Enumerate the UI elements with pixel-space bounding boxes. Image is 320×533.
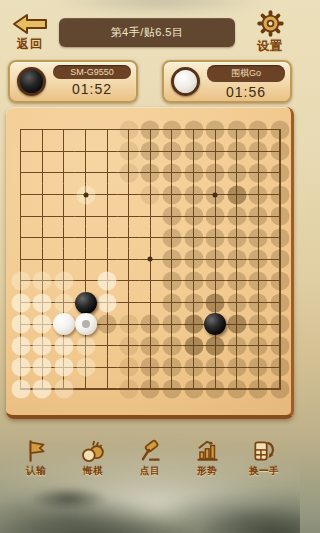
- black-influence-marker: [206, 163, 225, 182]
- black-influence-marker: [270, 293, 289, 312]
- black-stone: [75, 292, 97, 314]
- black-influence-marker: [98, 315, 117, 334]
- black-influence-marker: [270, 142, 289, 161]
- black-influence-marker: [270, 163, 289, 182]
- board-intersection[interactable]: [140, 378, 162, 400]
- board-intersection[interactable]: [248, 162, 270, 184]
- board-intersection[interactable]: [140, 335, 162, 357]
- white-influence-marker: [11, 379, 30, 398]
- black-influence-marker: [119, 358, 138, 377]
- flag-icon: [23, 438, 49, 464]
- board-intersection[interactable]: [53, 357, 75, 379]
- board-intersection[interactable]: [75, 205, 97, 227]
- black-influence-marker: [162, 207, 181, 226]
- board-intersection[interactable]: [269, 292, 291, 314]
- board-intersection[interactable]: [226, 270, 248, 292]
- board-intersection[interactable]: [53, 378, 75, 400]
- board-intersection[interactable]: [204, 119, 226, 141]
- black-influence-marker: [227, 228, 246, 247]
- analysis-button[interactable]: 形势: [184, 438, 230, 478]
- move-info-text: 第4手/贴6.5目: [111, 25, 184, 40]
- board-intersection[interactable]: [183, 270, 205, 292]
- player-card-white: 围棋Go 01:56: [162, 60, 292, 103]
- black-influence-marker: [270, 358, 289, 377]
- board-intersection[interactable]: [118, 378, 140, 400]
- mountain-ridge: [200, 508, 300, 533]
- board-intersection[interactable]: [226, 141, 248, 163]
- board-intersection[interactable]: [118, 249, 140, 271]
- mountain-ridge: [0, 492, 170, 533]
- black-influence-marker: [119, 142, 138, 161]
- white-influence-marker: [33, 358, 52, 377]
- white-influence-marker: [54, 358, 73, 377]
- board-intersection[interactable]: [96, 227, 118, 249]
- player-name-white: 围棋Go: [207, 65, 285, 82]
- board-intersection[interactable]: [269, 313, 291, 335]
- board-intersection[interactable]: [96, 335, 118, 357]
- board-intersection[interactable]: [118, 357, 140, 379]
- black-influence-marker: [141, 336, 160, 355]
- board-intersection[interactable]: [10, 249, 32, 271]
- board-intersection[interactable]: [140, 205, 162, 227]
- board-intersection[interactable]: [269, 357, 291, 379]
- black-influence-marker: [184, 250, 203, 269]
- board-intersection[interactable]: [248, 184, 270, 206]
- board-intersection[interactable]: [269, 249, 291, 271]
- white-influence-marker: [98, 293, 117, 312]
- board-intersection[interactable]: [204, 313, 226, 335]
- board-intersection[interactable]: [32, 292, 54, 314]
- gavel-icon: [137, 438, 163, 464]
- board-intersection[interactable]: [161, 335, 183, 357]
- board-intersection[interactable]: [204, 205, 226, 227]
- black-influence-marker: [141, 358, 160, 377]
- board-intersection[interactable]: [96, 141, 118, 163]
- black-influence-marker: [162, 315, 181, 334]
- board-intersection[interactable]: [10, 141, 32, 163]
- black-influence-marker: [141, 142, 160, 161]
- black-influence-marker: [184, 293, 203, 312]
- black-influence-marker: [270, 185, 289, 204]
- board-intersection[interactable]: [32, 227, 54, 249]
- board-intersection[interactable]: [32, 184, 54, 206]
- board-intersection[interactable]: [75, 227, 97, 249]
- board-intersection[interactable]: [248, 378, 270, 400]
- black-influence-marker: [119, 163, 138, 182]
- board-intersection[interactable]: [183, 249, 205, 271]
- board-intersection[interactable]: [10, 270, 32, 292]
- white-influence-marker: [33, 315, 52, 334]
- board-intersection[interactable]: [53, 184, 75, 206]
- board-intersection[interactable]: [32, 205, 54, 227]
- board-intersection[interactable]: [183, 313, 205, 335]
- move-info-bar: 第4手/贴6.5目: [59, 18, 235, 47]
- board-intersection[interactable]: [32, 357, 54, 379]
- board-intersection[interactable]: [75, 119, 97, 141]
- board-intersection[interactable]: [161, 205, 183, 227]
- black-influence-marker: [206, 336, 225, 355]
- white-influence-marker: [98, 271, 117, 290]
- white-influence-marker: [33, 336, 52, 355]
- gear-icon: [257, 10, 284, 37]
- black-influence-marker: [206, 142, 225, 161]
- board-intersection[interactable]: [75, 162, 97, 184]
- black-influence-marker: [249, 271, 268, 290]
- board-intersection[interactable]: [32, 119, 54, 141]
- black-influence-marker: [162, 250, 181, 269]
- board-intersection[interactable]: [269, 270, 291, 292]
- ink-mist-top: [50, 0, 270, 16]
- black-influence-marker: [206, 379, 225, 398]
- board-intersection[interactable]: [269, 119, 291, 141]
- black-influence-marker: [141, 185, 160, 204]
- board-intersection[interactable]: [96, 357, 118, 379]
- black-influence-marker: [119, 315, 138, 334]
- board-intersection[interactable]: [32, 270, 54, 292]
- board-intersection[interactable]: [32, 378, 54, 400]
- black-influence-marker: [227, 207, 246, 226]
- black-influence-marker: [141, 163, 160, 182]
- black-influence-marker: [184, 358, 203, 377]
- black-influence-marker: [249, 207, 268, 226]
- board-intersection[interactable]: [204, 357, 226, 379]
- board-intersection[interactable]: [10, 357, 32, 379]
- board-intersection[interactable]: [161, 141, 183, 163]
- board-intersection[interactable]: [75, 357, 97, 379]
- board-intersection[interactable]: [32, 249, 54, 271]
- black-influence-marker: [162, 358, 181, 377]
- board-intersection[interactable]: [96, 313, 118, 335]
- board-intersection[interactable]: [96, 292, 118, 314]
- board-intersection[interactable]: [10, 335, 32, 357]
- board-intersection[interactable]: [140, 249, 162, 271]
- board-intersection[interactable]: [226, 205, 248, 227]
- board-intersection[interactable]: [118, 292, 140, 314]
- player-name-black: SM-G9550: [53, 65, 131, 79]
- board-intersection[interactable]: [32, 162, 54, 184]
- black-influence-marker: [270, 120, 289, 139]
- board-intersection[interactable]: [269, 141, 291, 163]
- back-arrow-icon: [12, 13, 48, 35]
- black-influence-marker: [249, 120, 268, 139]
- back-button[interactable]: 返回: [6, 13, 54, 53]
- star-point: [148, 257, 153, 262]
- white-influence-marker: [54, 336, 73, 355]
- board-intersection[interactable]: [269, 205, 291, 227]
- board-intersection[interactable]: [226, 119, 248, 141]
- board-intersection[interactable]: [96, 162, 118, 184]
- board-intersection[interactable]: [118, 141, 140, 163]
- black-influence-marker: [249, 358, 268, 377]
- board-intersection[interactable]: [183, 357, 205, 379]
- black-influence-marker: [184, 228, 203, 247]
- black-influence-marker: [249, 379, 268, 398]
- board-intersection[interactable]: [248, 227, 270, 249]
- board-intersection[interactable]: [10, 162, 32, 184]
- board-intersection[interactable]: [140, 357, 162, 379]
- board-intersection[interactable]: [10, 378, 32, 400]
- board-intersection[interactable]: [226, 227, 248, 249]
- white-influence-marker: [33, 379, 52, 398]
- board-intersection[interactable]: [53, 313, 75, 335]
- board-intersection[interactable]: [226, 292, 248, 314]
- board-intersection[interactable]: [248, 313, 270, 335]
- board-intersection[interactable]: [53, 227, 75, 249]
- board-intersection[interactable]: [75, 249, 97, 271]
- board-intersection[interactable]: [118, 227, 140, 249]
- white-influence-marker: [76, 336, 95, 355]
- black-influence-marker: [184, 185, 203, 204]
- board-intersection[interactable]: [269, 378, 291, 400]
- board-intersection[interactable]: [53, 249, 75, 271]
- board-intersection[interactable]: [53, 335, 75, 357]
- board-intersection[interactable]: [75, 184, 97, 206]
- black-influence-marker: [184, 336, 203, 355]
- board-intersection[interactable]: [75, 378, 97, 400]
- mountain-ridge: [0, 515, 200, 533]
- black-influence-marker: [162, 271, 181, 290]
- board-intersection[interactable]: [226, 313, 248, 335]
- board-intersection[interactable]: [96, 184, 118, 206]
- board-intersection[interactable]: [226, 335, 248, 357]
- black-influence-marker: [162, 228, 181, 247]
- board-intersection[interactable]: [140, 227, 162, 249]
- board-intersection[interactable]: [53, 119, 75, 141]
- white-stone: [75, 313, 97, 335]
- board-intersection[interactable]: [10, 227, 32, 249]
- board-intersection[interactable]: [226, 162, 248, 184]
- black-influence-marker: [270, 207, 289, 226]
- black-influence-marker: [227, 379, 246, 398]
- board-intersection[interactable]: [75, 292, 97, 314]
- white-influence-marker: [54, 293, 73, 312]
- board-intersection[interactable]: [226, 184, 248, 206]
- board-intersection[interactable]: [75, 313, 97, 335]
- board-intersection[interactable]: [183, 335, 205, 357]
- white-influence-marker: [33, 293, 52, 312]
- black-stone-avatar: [17, 67, 46, 96]
- board-intersection[interactable]: [204, 378, 226, 400]
- board-intersection[interactable]: [10, 184, 32, 206]
- count-button[interactable]: 点目: [127, 438, 173, 478]
- board-intersection[interactable]: [226, 249, 248, 271]
- board-intersection[interactable]: [183, 205, 205, 227]
- settings-button[interactable]: 设置: [246, 10, 294, 55]
- board-intersection[interactable]: [183, 292, 205, 314]
- black-influence-marker: [162, 293, 181, 312]
- swap-move-button[interactable]: 换一手: [241, 438, 287, 478]
- board-intersection[interactable]: [183, 119, 205, 141]
- black-influence-marker: [184, 142, 203, 161]
- black-influence-marker: [227, 293, 246, 312]
- black-influence-marker: [119, 379, 138, 398]
- board-intersection[interactable]: [161, 184, 183, 206]
- black-influence-marker: [227, 185, 246, 204]
- mountain-ridge: [150, 488, 300, 533]
- player-clock-black: 01:52: [72, 81, 112, 97]
- board-intersection[interactable]: [96, 119, 118, 141]
- black-influence-marker: [184, 379, 203, 398]
- board-intersection[interactable]: [161, 249, 183, 271]
- black-influence-marker: [227, 250, 246, 269]
- board-intersection[interactable]: [183, 141, 205, 163]
- white-influence-marker: [54, 271, 73, 290]
- board-intersection[interactable]: [183, 162, 205, 184]
- board-intersection[interactable]: [161, 378, 183, 400]
- black-influence-marker: [206, 250, 225, 269]
- board-intersection[interactable]: [226, 378, 248, 400]
- board-intersection[interactable]: [118, 313, 140, 335]
- black-influence-marker: [119, 120, 138, 139]
- undo-button[interactable]: 悔棋: [70, 438, 116, 478]
- board-intersection[interactable]: [248, 292, 270, 314]
- board-intersection[interactable]: [118, 205, 140, 227]
- board-intersection[interactable]: [248, 205, 270, 227]
- black-influence-marker: [249, 250, 268, 269]
- board-intersection[interactable]: [161, 313, 183, 335]
- black-influence-marker: [227, 336, 246, 355]
- black-influence-marker: [162, 120, 181, 139]
- black-influence-marker: [184, 271, 203, 290]
- board-intersection[interactable]: [96, 205, 118, 227]
- black-influence-marker: [162, 142, 181, 161]
- board-intersection[interactable]: [204, 249, 226, 271]
- board-intersection[interactable]: [53, 292, 75, 314]
- board-intersection[interactable]: [161, 162, 183, 184]
- board-intersection[interactable]: [204, 270, 226, 292]
- black-influence-marker: [206, 120, 225, 139]
- board-intersection[interactable]: [269, 227, 291, 249]
- board-intersection[interactable]: [118, 119, 140, 141]
- board-intersection[interactable]: [204, 227, 226, 249]
- board-intersection[interactable]: [53, 205, 75, 227]
- board-intersection[interactable]: [32, 335, 54, 357]
- board-intersection[interactable]: [183, 378, 205, 400]
- board-intersection[interactable]: [248, 335, 270, 357]
- black-influence-marker: [184, 315, 203, 334]
- black-influence-marker: [270, 336, 289, 355]
- board-intersection[interactable]: [75, 270, 97, 292]
- board-intersection[interactable]: [161, 119, 183, 141]
- white-stone: [53, 313, 75, 335]
- black-influence-marker: [227, 271, 246, 290]
- board-intersection[interactable]: [10, 119, 32, 141]
- board-intersection[interactable]: [204, 141, 226, 163]
- board-intersection[interactable]: [10, 205, 32, 227]
- board-intersection[interactable]: [53, 162, 75, 184]
- black-influence-marker: [270, 271, 289, 290]
- board-intersection[interactable]: [248, 357, 270, 379]
- black-influence-marker: [206, 271, 225, 290]
- board-intersection[interactable]: [32, 313, 54, 335]
- board-intersection[interactable]: [10, 292, 32, 314]
- star-point: [213, 192, 218, 197]
- board-intersection[interactable]: [96, 249, 118, 271]
- player-clock-white: 01:56: [226, 84, 266, 100]
- board-intersection[interactable]: [118, 335, 140, 357]
- board-intersection[interactable]: [118, 270, 140, 292]
- black-influence-marker: [270, 379, 289, 398]
- board-intersection[interactable]: [96, 270, 118, 292]
- board-intersection[interactable]: [118, 162, 140, 184]
- resign-button[interactable]: 认输: [13, 438, 59, 478]
- black-influence-marker: [206, 293, 225, 312]
- white-influence-marker: [54, 379, 73, 398]
- board-intersection[interactable]: [10, 313, 32, 335]
- board-intersection[interactable]: [204, 184, 226, 206]
- black-influence-marker: [162, 185, 181, 204]
- board-intersection[interactable]: [248, 119, 270, 141]
- board-intersection[interactable]: [140, 141, 162, 163]
- swap-arrow-icon: [251, 438, 277, 464]
- black-influence-marker: [184, 163, 203, 182]
- board-intersection[interactable]: [183, 184, 205, 206]
- board-intersection[interactable]: [269, 162, 291, 184]
- white-influence-marker: [33, 271, 52, 290]
- board-intersection[interactable]: [248, 270, 270, 292]
- board-intersection[interactable]: [32, 141, 54, 163]
- white-influence-marker: [11, 271, 30, 290]
- board-intersection[interactable]: [140, 313, 162, 335]
- board-intersection[interactable]: [161, 227, 183, 249]
- board-intersection[interactable]: [96, 378, 118, 400]
- settings-label: 设置: [257, 38, 283, 55]
- board-intersection[interactable]: [204, 162, 226, 184]
- black-influence-marker: [249, 228, 268, 247]
- board-intersection[interactable]: [226, 357, 248, 379]
- black-influence-marker: [184, 207, 203, 226]
- black-influence-marker: [270, 315, 289, 334]
- board-intersection[interactable]: [140, 270, 162, 292]
- black-influence-marker: [227, 315, 246, 334]
- board-intersection[interactable]: [269, 335, 291, 357]
- black-influence-marker: [227, 163, 246, 182]
- board-intersection[interactable]: [161, 357, 183, 379]
- board-intersection[interactable]: [140, 119, 162, 141]
- board-intersection[interactable]: [248, 249, 270, 271]
- board-intersection[interactable]: [204, 292, 226, 314]
- board-intersection[interactable]: [269, 184, 291, 206]
- black-influence-marker: [270, 250, 289, 269]
- black-influence-marker: [227, 358, 246, 377]
- white-influence-marker: [11, 293, 30, 312]
- board-intersection[interactable]: [161, 270, 183, 292]
- board-intersection[interactable]: [248, 141, 270, 163]
- board-intersection[interactable]: [75, 141, 97, 163]
- white-influence-marker: [11, 315, 30, 334]
- board-intersection[interactable]: [53, 270, 75, 292]
- board-intersection[interactable]: [183, 227, 205, 249]
- board-intersection[interactable]: [140, 184, 162, 206]
- board-intersection[interactable]: [140, 162, 162, 184]
- board-intersection[interactable]: [161, 292, 183, 314]
- board-intersection[interactable]: [118, 184, 140, 206]
- board-intersection[interactable]: [53, 141, 75, 163]
- black-influence-marker: [249, 315, 268, 334]
- plant-silhouette: [28, 486, 108, 512]
- last-move-marker: [82, 320, 90, 328]
- black-influence-marker: [162, 379, 181, 398]
- white-influence-marker: [11, 358, 30, 377]
- black-stone: [204, 313, 226, 335]
- black-influence-marker: [249, 293, 268, 312]
- go-board: [6, 107, 294, 419]
- black-influence-marker: [162, 163, 181, 182]
- player-card-black: SM-G9550 01:52: [8, 60, 138, 103]
- board-intersection[interactable]: [204, 335, 226, 357]
- board-intersection[interactable]: [140, 292, 162, 314]
- board-intersection[interactable]: [75, 335, 97, 357]
